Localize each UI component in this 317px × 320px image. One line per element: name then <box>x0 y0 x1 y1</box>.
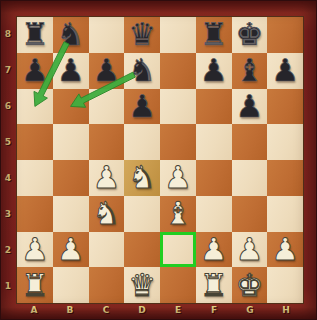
board: ♜♞♛♜♚♟♟♟♞♟♝♟♟♟♟♞♟♞♝♟♟♟♟♟♜♛♜♚ <box>17 17 303 303</box>
piece-black-pawn-d6[interactable]: ♟ <box>124 89 160 125</box>
file-label-f: F <box>196 303 232 317</box>
square-d4[interactable]: ♞ <box>124 160 160 196</box>
square-g3[interactable] <box>232 196 268 232</box>
rank-label-1: 1 <box>0 268 16 304</box>
square-h8[interactable] <box>267 17 303 53</box>
square-b3[interactable] <box>53 196 89 232</box>
square-b7[interactable]: ♟ <box>53 53 89 89</box>
square-f4[interactable] <box>196 160 232 196</box>
piece-white-bishop-e3[interactable]: ♝ <box>160 196 196 232</box>
rank-label-4: 4 <box>0 160 16 196</box>
square-e6[interactable] <box>160 89 196 125</box>
square-a7[interactable]: ♟ <box>17 53 53 89</box>
board-border: ♜♞♛♜♚♟♟♟♞♟♝♟♟♟♟♞♟♞♝♟♟♟♟♟♜♛♜♚ <box>16 16 304 304</box>
square-h5[interactable] <box>267 124 303 160</box>
square-f2[interactable]: ♟ <box>196 232 232 268</box>
square-e5[interactable] <box>160 124 196 160</box>
rank-label-7: 7 <box>0 52 16 88</box>
square-c7[interactable]: ♟ <box>89 53 125 89</box>
file-label-e: E <box>160 303 196 317</box>
file-label-h: H <box>268 303 304 317</box>
piece-black-king-g8[interactable]: ♚ <box>232 17 268 53</box>
piece-white-rook-f1[interactable]: ♜ <box>196 267 232 303</box>
square-a4[interactable] <box>17 160 53 196</box>
square-b4[interactable] <box>53 160 89 196</box>
square-d7[interactable]: ♞ <box>124 53 160 89</box>
square-d2[interactable] <box>124 232 160 268</box>
square-b5[interactable] <box>53 124 89 160</box>
piece-black-pawn-g6[interactable]: ♟ <box>232 89 268 125</box>
square-f5[interactable] <box>196 124 232 160</box>
square-a3[interactable] <box>17 196 53 232</box>
square-b8[interactable]: ♞ <box>53 17 89 53</box>
piece-black-queen-d8[interactable]: ♛ <box>124 17 160 53</box>
piece-white-knight-c3[interactable]: ♞ <box>89 196 125 232</box>
square-f8[interactable]: ♜ <box>196 17 232 53</box>
square-c5[interactable] <box>89 124 125 160</box>
square-e2[interactable] <box>160 232 196 268</box>
rank-label-3: 3 <box>0 196 16 232</box>
square-b2[interactable]: ♟ <box>53 232 89 268</box>
piece-white-pawn-b2[interactable]: ♟ <box>53 232 89 268</box>
square-e4[interactable]: ♟ <box>160 160 196 196</box>
file-label-c: C <box>88 303 124 317</box>
square-e1[interactable] <box>160 267 196 303</box>
square-f1[interactable]: ♜ <box>196 267 232 303</box>
file-label-a: A <box>16 303 52 317</box>
square-h7[interactable]: ♟ <box>267 53 303 89</box>
square-c3[interactable]: ♞ <box>89 196 125 232</box>
piece-black-rook-a8[interactable]: ♜ <box>17 17 53 53</box>
square-c4[interactable]: ♟ <box>89 160 125 196</box>
piece-black-pawn-b7[interactable]: ♟ <box>53 53 89 89</box>
square-h1[interactable] <box>267 267 303 303</box>
square-h3[interactable] <box>267 196 303 232</box>
square-g2[interactable]: ♟ <box>232 232 268 268</box>
square-g5[interactable] <box>232 124 268 160</box>
piece-black-bishop-g7[interactable]: ♝ <box>232 53 268 89</box>
square-e7[interactable] <box>160 53 196 89</box>
piece-white-pawn-h2[interactable]: ♟ <box>267 232 303 268</box>
piece-white-king-g1[interactable]: ♚ <box>232 267 268 303</box>
rank-label-8: 8 <box>0 16 16 52</box>
square-a8[interactable]: ♜ <box>17 17 53 53</box>
square-g8[interactable]: ♚ <box>232 17 268 53</box>
file-label-b: B <box>52 303 88 317</box>
chess-board-frame: 87654321 ♜♞♛♜♚♟♟♟♞♟♝♟♟♟♟♞♟♞♝♟♟♟♟♟♜♛♜♚ AB… <box>0 0 317 320</box>
square-a5[interactable] <box>17 124 53 160</box>
piece-white-pawn-f2[interactable]: ♟ <box>196 232 232 268</box>
square-e8[interactable] <box>160 17 196 53</box>
rank-label-5: 5 <box>0 124 16 160</box>
piece-white-queen-d1[interactable]: ♛ <box>124 267 160 303</box>
square-d5[interactable] <box>124 124 160 160</box>
piece-black-pawn-a7[interactable]: ♟ <box>17 53 53 89</box>
square-b6[interactable] <box>53 89 89 125</box>
square-d6[interactable]: ♟ <box>124 89 160 125</box>
square-g1[interactable]: ♚ <box>232 267 268 303</box>
square-c1[interactable] <box>89 267 125 303</box>
square-a2[interactable]: ♟ <box>17 232 53 268</box>
square-h6[interactable] <box>267 89 303 125</box>
square-c6[interactable] <box>89 89 125 125</box>
piece-black-knight-b8[interactable]: ♞ <box>53 17 89 53</box>
piece-white-pawn-a2[interactable]: ♟ <box>17 232 53 268</box>
piece-black-pawn-c7[interactable]: ♟ <box>89 53 125 89</box>
square-f3[interactable] <box>196 196 232 232</box>
square-f6[interactable] <box>196 89 232 125</box>
square-a6[interactable] <box>17 89 53 125</box>
piece-white-pawn-e4[interactable]: ♟ <box>160 160 196 196</box>
piece-white-pawn-g2[interactable]: ♟ <box>232 232 268 268</box>
square-c2[interactable] <box>89 232 125 268</box>
square-d8[interactable]: ♛ <box>124 17 160 53</box>
piece-black-pawn-f7[interactable]: ♟ <box>196 53 232 89</box>
rank-label-2: 2 <box>0 232 16 268</box>
square-f7[interactable]: ♟ <box>196 53 232 89</box>
square-d1[interactable]: ♛ <box>124 267 160 303</box>
square-a1[interactable]: ♜ <box>17 267 53 303</box>
square-h4[interactable] <box>267 160 303 196</box>
square-g6[interactable]: ♟ <box>232 89 268 125</box>
rank-label-6: 6 <box>0 88 16 124</box>
square-g7[interactable]: ♝ <box>232 53 268 89</box>
rank-labels: 87654321 <box>0 16 16 304</box>
file-labels: ABCDEFGH <box>16 303 304 317</box>
piece-white-knight-d4[interactable]: ♞ <box>124 160 160 196</box>
square-e3[interactable]: ♝ <box>160 196 196 232</box>
file-label-d: D <box>124 303 160 317</box>
square-d3[interactable] <box>124 196 160 232</box>
file-label-g: G <box>232 303 268 317</box>
piece-black-knight-d7[interactable]: ♞ <box>124 53 160 89</box>
piece-white-pawn-c4[interactable]: ♟ <box>89 160 125 196</box>
piece-black-rook-f8[interactable]: ♜ <box>196 17 232 53</box>
piece-white-rook-a1[interactable]: ♜ <box>17 267 53 303</box>
square-h2[interactable]: ♟ <box>267 232 303 268</box>
square-b1[interactable] <box>53 267 89 303</box>
square-c8[interactable] <box>89 17 125 53</box>
piece-black-pawn-h7[interactable]: ♟ <box>267 53 303 89</box>
square-g4[interactable] <box>232 160 268 196</box>
